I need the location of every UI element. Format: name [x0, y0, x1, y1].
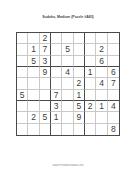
cell-r7c6: 5: [74, 101, 85, 112]
cell-r5c4: [51, 78, 62, 89]
cell-r8c5: [62, 112, 73, 123]
cell-r1c4: [51, 33, 62, 44]
cell-r4c1: [17, 67, 28, 78]
cell-r9c9: 8: [108, 124, 119, 135]
cell-r9c3: [40, 124, 51, 135]
cell-r6c3: [40, 90, 51, 101]
cell-r5c3: [40, 78, 51, 89]
cell-r3c1: [17, 56, 28, 67]
cell-r7c7: 2: [85, 101, 96, 112]
cell-r3c6: [74, 56, 85, 67]
cell-r3c2: 5: [28, 56, 39, 67]
cell-r4c7: 1: [85, 67, 96, 78]
cell-r5c5: [62, 78, 73, 89]
cell-r8c2: 2: [28, 112, 39, 123]
cell-r9c7: [85, 124, 96, 135]
cell-r1c7: [85, 33, 96, 44]
cell-r3c3: 3: [40, 56, 51, 67]
cell-r7c8: 1: [96, 101, 107, 112]
cell-r9c4: [51, 124, 62, 135]
cell-r3c8: 6: [96, 56, 107, 67]
cell-r4c3: 9: [40, 67, 51, 78]
cell-r3c4: [51, 56, 62, 67]
cell-r3c9: [108, 56, 119, 67]
cell-r8c4: 1: [51, 112, 62, 123]
cell-r8c8: [96, 112, 107, 123]
cell-r7c5: [62, 101, 73, 112]
cell-r6c2: [28, 90, 39, 101]
cell-r1c3: 2: [40, 33, 51, 44]
cell-r6c7: [85, 90, 96, 101]
cell-r1c9: [108, 33, 119, 44]
cell-r5c8: 4: [96, 78, 107, 89]
cell-r4c9: 6: [108, 67, 119, 78]
cell-r4c2: [28, 67, 39, 78]
cell-r4c6: [74, 67, 85, 78]
cell-r3c5: [62, 56, 73, 67]
cell-r1c1: [17, 33, 28, 44]
cell-r2c7: [85, 44, 96, 55]
cell-r9c5: [62, 124, 73, 135]
cell-r2c4: [51, 44, 62, 55]
cell-r8c9: [108, 112, 119, 123]
cell-r9c8: [96, 124, 107, 135]
cell-r2c2: 1: [28, 44, 39, 55]
cell-r7c1: [17, 101, 28, 112]
cell-r2c1: [17, 44, 28, 55]
cell-r6c6: 1: [74, 90, 85, 101]
cell-r5c1: [17, 78, 28, 89]
cell-r4c8: [96, 67, 107, 78]
cell-r5c7: [85, 78, 96, 89]
cell-r6c8: [96, 90, 107, 101]
cell-r9c6: [74, 124, 85, 135]
cell-r1c8: [96, 33, 107, 44]
cell-r8c7: [85, 112, 96, 123]
cell-r7c3: [40, 101, 51, 112]
cell-r7c4: 3: [51, 101, 62, 112]
cell-r4c5: 4: [62, 67, 73, 78]
puzzle-title: Sudoku, Medium (Puzzle #A83): [34, 15, 102, 19]
cell-r8c3: 5: [40, 112, 51, 123]
cell-r5c6: 2: [74, 78, 85, 89]
cell-r6c9: [108, 90, 119, 101]
cell-r6c4: 7: [51, 90, 62, 101]
cell-r4c4: [51, 67, 62, 78]
cell-r9c1: [17, 124, 28, 135]
sudoku-board: 2175253694162475713521425198: [16, 32, 120, 136]
cell-r8c6: 9: [74, 112, 85, 123]
cell-r1c2: [28, 33, 39, 44]
cell-r5c9: 7: [108, 78, 119, 89]
cell-r2c3: 7: [40, 44, 51, 55]
cell-r2c6: [74, 44, 85, 55]
cell-r7c2: [28, 101, 39, 112]
cell-r8c1: [17, 112, 28, 123]
cell-r2c9: [108, 44, 119, 55]
cell-r6c1: 5: [17, 90, 28, 101]
cell-r3c7: [85, 56, 96, 67]
cell-r6c5: [62, 90, 73, 101]
cell-r9c2: [28, 124, 39, 135]
cell-r1c5: [62, 33, 73, 44]
cell-r2c8: 2: [96, 44, 107, 55]
cell-r5c2: [28, 78, 39, 89]
cell-r7c9: 4: [108, 101, 119, 112]
cell-r2c5: 5: [62, 44, 73, 55]
cell-r1c6: [74, 33, 85, 44]
footer-url: www.PrintableSudoku.net: [37, 164, 98, 167]
